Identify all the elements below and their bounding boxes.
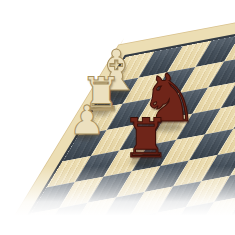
chess-set-product-photo[interactable]: ♝♜♟♞♜ [0, 0, 235, 235]
white-pawn: ♟ [69, 100, 105, 140]
photo-bottom-fade [0, 166, 235, 235]
dark-rook: ♜ [122, 112, 170, 166]
